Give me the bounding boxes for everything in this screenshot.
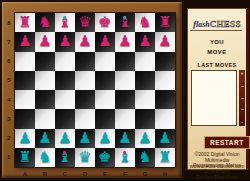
square-e5[interactable] bbox=[95, 71, 115, 90]
square-a7[interactable]: ♟ bbox=[15, 32, 35, 51]
piece-black-bishop[interactable]: ♝ bbox=[58, 15, 71, 30]
piece-white-bishop[interactable]: ♝ bbox=[118, 150, 131, 165]
bishop-tip bbox=[63, 16, 66, 19]
square-h4[interactable] bbox=[155, 90, 175, 109]
square-g1[interactable]: ♞ bbox=[135, 148, 155, 167]
scrollbar-tick bbox=[241, 98, 244, 99]
turn-status-line2: MOVE bbox=[188, 48, 246, 58]
square-a4[interactable] bbox=[15, 90, 35, 109]
square-a2[interactable]: ♟ bbox=[15, 129, 35, 148]
square-c7[interactable]: ♟ bbox=[55, 32, 75, 51]
board: ♜♞♝♛♚♝♞♜♟♟♟♟♟♟♟♟♟♟♟♟♟♟♟♟♜♞♝♛♚♝♞♜ bbox=[15, 13, 175, 167]
side-panel: flashCHESS YOU MOVE LAST MOVES + - RESTA… bbox=[187, 8, 249, 170]
square-g8[interactable]: ♞ bbox=[135, 13, 155, 32]
last-moves-list bbox=[191, 70, 237, 126]
bishop-tip bbox=[123, 16, 126, 19]
square-b1[interactable]: ♞ bbox=[35, 148, 55, 167]
square-d3[interactable] bbox=[75, 109, 95, 128]
piece-black-pawn[interactable]: ♟ bbox=[138, 34, 151, 49]
square-f8[interactable]: ♝ bbox=[115, 13, 135, 32]
piece-white-rook[interactable]: ♜ bbox=[158, 150, 171, 165]
square-d5[interactable] bbox=[75, 71, 95, 90]
square-a3[interactable] bbox=[15, 109, 35, 128]
bishop-tip bbox=[123, 151, 126, 154]
square-f2[interactable]: ♟ bbox=[115, 129, 135, 148]
square-a8[interactable]: ♜ bbox=[15, 13, 35, 32]
programming-credit: Programming: Marius Smarandoiu bbox=[188, 163, 246, 175]
square-h6[interactable] bbox=[155, 52, 175, 71]
square-a5[interactable] bbox=[15, 71, 35, 90]
logo-chess-text: CHESS bbox=[210, 19, 241, 29]
file-label-g: G bbox=[135, 168, 155, 180]
piece-black-pawn[interactable]: ♟ bbox=[18, 34, 31, 49]
file-label-h: H bbox=[155, 168, 175, 180]
scroll-down-button[interactable]: - bbox=[241, 120, 243, 125]
square-e8[interactable]: ♚ bbox=[95, 13, 115, 32]
logo-flash-text: flash bbox=[193, 20, 209, 29]
flash-chess-app: 87654321 ♜♞♝♛♚♝♞♜♟♟♟♟♟♟♟♟♟♟♟♟♟♟♟♟♜♞♝♛♚♝♞… bbox=[0, 0, 250, 180]
piece-white-pawn[interactable]: ♟ bbox=[158, 131, 171, 146]
square-h2[interactable]: ♟ bbox=[155, 129, 175, 148]
file-label-b: B bbox=[35, 168, 55, 180]
square-d2[interactable]: ♟ bbox=[75, 129, 95, 148]
piece-black-pawn[interactable]: ♟ bbox=[118, 34, 131, 49]
square-f7[interactable]: ♟ bbox=[115, 32, 135, 51]
square-h3[interactable] bbox=[155, 109, 175, 128]
square-e6[interactable] bbox=[95, 52, 115, 71]
rank-label-8: 8 bbox=[4, 13, 14, 32]
turn-status-line1: YOU bbox=[188, 38, 246, 48]
rank-label-6: 6 bbox=[4, 52, 14, 71]
square-b8[interactable]: ♞ bbox=[35, 13, 55, 32]
board-frame: 87654321 ♜♞♝♛♚♝♞♜♟♟♟♟♟♟♟♟♟♟♟♟♟♟♟♟♜♞♝♛♚♝♞… bbox=[0, 0, 184, 180]
file-label-a: A bbox=[15, 168, 35, 180]
square-c8[interactable]: ♝ bbox=[55, 13, 75, 32]
rank-label-3: 3 bbox=[4, 109, 14, 128]
piece-white-pawn[interactable]: ♟ bbox=[58, 131, 71, 146]
square-c3[interactable] bbox=[55, 109, 75, 128]
square-d1[interactable]: ♛ bbox=[75, 148, 95, 167]
rank-label-7: 7 bbox=[4, 32, 14, 51]
moves-scrollbar[interactable]: + - bbox=[239, 70, 245, 126]
square-d6[interactable] bbox=[75, 52, 95, 71]
piece-black-king[interactable]: ♚ bbox=[98, 15, 111, 30]
square-h8[interactable]: ♜ bbox=[155, 13, 175, 32]
square-g6[interactable] bbox=[135, 52, 155, 71]
credits-text: Programming: Marius Smarandoiu Design: E… bbox=[188, 163, 246, 180]
square-e3[interactable] bbox=[95, 109, 115, 128]
piece-black-pawn[interactable]: ♟ bbox=[58, 34, 71, 49]
square-d7[interactable]: ♟ bbox=[75, 32, 95, 51]
square-h5[interactable] bbox=[155, 71, 175, 90]
piece-black-pawn[interactable]: ♟ bbox=[158, 34, 171, 49]
square-d4[interactable] bbox=[75, 90, 95, 109]
square-h1[interactable]: ♜ bbox=[155, 148, 175, 167]
rank-labels: 87654321 bbox=[4, 13, 14, 167]
square-b3[interactable] bbox=[35, 109, 55, 128]
square-g4[interactable] bbox=[135, 90, 155, 109]
square-f4[interactable] bbox=[115, 90, 135, 109]
piece-white-pawn[interactable]: ♟ bbox=[118, 131, 131, 146]
piece-black-queen[interactable]: ♛ bbox=[78, 15, 91, 30]
restart-button[interactable]: RESTART bbox=[204, 136, 250, 149]
piece-white-pawn[interactable]: ♟ bbox=[38, 131, 51, 146]
piece-black-pawn[interactable]: ♟ bbox=[38, 34, 51, 49]
piece-black-knight[interactable]: ♞ bbox=[38, 15, 51, 30]
bishop-tip bbox=[63, 151, 66, 154]
square-g7[interactable]: ♟ bbox=[135, 32, 155, 51]
piece-white-knight[interactable]: ♞ bbox=[38, 150, 51, 165]
square-g3[interactable] bbox=[135, 109, 155, 128]
square-c1[interactable]: ♝ bbox=[55, 148, 75, 167]
square-f5[interactable] bbox=[115, 71, 135, 90]
square-b4[interactable] bbox=[35, 90, 55, 109]
file-label-f: F bbox=[115, 168, 135, 180]
piece-black-pawn[interactable]: ♟ bbox=[98, 34, 111, 49]
square-f1[interactable]: ♝ bbox=[115, 148, 135, 167]
piece-black-knight[interactable]: ♞ bbox=[138, 15, 151, 30]
square-g2[interactable]: ♟ bbox=[135, 129, 155, 148]
square-e4[interactable] bbox=[95, 90, 115, 109]
piece-white-pawn[interactable]: ♟ bbox=[138, 131, 151, 146]
piece-black-pawn[interactable]: ♟ bbox=[78, 34, 91, 49]
square-c2[interactable]: ♟ bbox=[55, 129, 75, 148]
file-label-c: C bbox=[55, 168, 75, 180]
piece-white-queen[interactable]: ♛ bbox=[78, 150, 91, 165]
scrollbar-tick bbox=[241, 109, 244, 110]
rank-label-2: 2 bbox=[4, 129, 14, 148]
turn-status: YOU MOVE bbox=[188, 38, 246, 57]
piece-black-bishop[interactable]: ♝ bbox=[118, 15, 131, 30]
square-b5[interactable] bbox=[35, 71, 55, 90]
piece-white-knight[interactable]: ♞ bbox=[138, 150, 151, 165]
square-e2[interactable]: ♟ bbox=[95, 129, 115, 148]
file-label-d: D bbox=[75, 168, 95, 180]
design-credit: Design: Elod Matei bbox=[188, 175, 246, 181]
rank-label-5: 5 bbox=[4, 71, 14, 90]
piece-white-king[interactable]: ♚ bbox=[98, 150, 111, 165]
scrollbar-tick bbox=[241, 86, 244, 87]
square-f3[interactable] bbox=[115, 109, 135, 128]
square-c4[interactable] bbox=[55, 90, 75, 109]
last-moves-label: LAST MOVES bbox=[188, 62, 246, 68]
square-b7[interactable]: ♟ bbox=[35, 32, 55, 51]
piece-white-pawn[interactable]: ♟ bbox=[78, 131, 91, 146]
flash-chess-logo: flashCHESS bbox=[188, 13, 246, 31]
square-h7[interactable]: ♟ bbox=[155, 32, 175, 51]
piece-black-rook[interactable]: ♜ bbox=[158, 15, 171, 30]
square-b6[interactable] bbox=[35, 52, 55, 71]
square-d8[interactable]: ♛ bbox=[75, 13, 95, 32]
square-g5[interactable] bbox=[135, 71, 155, 90]
piece-white-pawn[interactable]: ♟ bbox=[98, 131, 111, 146]
piece-white-rook[interactable]: ♜ bbox=[18, 150, 31, 165]
square-b2[interactable]: ♟ bbox=[35, 129, 55, 148]
square-a1[interactable]: ♜ bbox=[15, 148, 35, 167]
file-labels: ABCDEFGH bbox=[15, 168, 175, 180]
file-label-e: E bbox=[95, 168, 115, 180]
piece-white-pawn[interactable]: ♟ bbox=[18, 131, 31, 146]
logo-separator bbox=[190, 30, 242, 31]
square-c5[interactable] bbox=[55, 71, 75, 90]
piece-white-bishop[interactable]: ♝ bbox=[58, 150, 71, 165]
square-e7[interactable]: ♟ bbox=[95, 32, 115, 51]
rank-label-4: 4 bbox=[4, 90, 14, 109]
piece-black-rook[interactable]: ♜ bbox=[18, 15, 31, 30]
square-a6[interactable] bbox=[15, 52, 35, 71]
square-f6[interactable] bbox=[115, 52, 135, 71]
scroll-up-button[interactable]: + bbox=[241, 71, 244, 76]
square-e1[interactable]: ♚ bbox=[95, 148, 115, 167]
square-c6[interactable] bbox=[55, 52, 75, 71]
rank-label-1: 1 bbox=[4, 148, 14, 167]
